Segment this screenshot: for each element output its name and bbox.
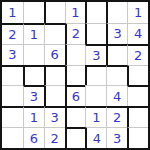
cell-r1c1[interactable]: 1 [2, 2, 23, 23]
cell-r7c6[interactable]: 3 [106, 127, 127, 148]
cell-r6c1[interactable] [2, 106, 23, 127]
cell-r5c6[interactable]: 4 [106, 85, 127, 106]
cell-r1c3[interactable] [44, 2, 65, 23]
given-digit: 2 [8, 28, 16, 41]
cell-r4c3[interactable] [44, 65, 65, 86]
cell-r5c7[interactable] [127, 85, 148, 106]
cell-r4c6[interactable] [106, 65, 127, 86]
cell-r3c5[interactable]: 3 [85, 44, 106, 65]
cell-r2c2[interactable]: 1 [23, 23, 44, 44]
cell-r7c1[interactable] [2, 127, 23, 148]
cell-r4c4[interactable] [65, 65, 86, 86]
cell-r1c2[interactable] [23, 2, 44, 23]
given-digit: 3 [113, 132, 121, 145]
cell-r5c1[interactable] [2, 85, 23, 106]
cell-r2c5[interactable] [85, 23, 106, 44]
given-digit: 3 [114, 27, 122, 40]
cell-r2c7[interactable]: 4 [127, 23, 148, 44]
given-digit: 2 [134, 49, 142, 62]
cell-r4c2[interactable] [23, 65, 44, 86]
cell-r3c1[interactable]: 3 [2, 44, 23, 65]
given-digit: 1 [30, 28, 38, 41]
cell-r6c3[interactable]: 3 [44, 106, 65, 127]
cell-r2c1[interactable]: 2 [2, 23, 23, 44]
given-digit: 2 [50, 132, 58, 145]
cell-r1c7[interactable]: 1 [127, 2, 148, 23]
given-digit: 3 [50, 111, 58, 124]
given-digit: 1 [8, 6, 16, 19]
given-digit: 6 [30, 132, 38, 145]
cell-r1c6[interactable] [106, 2, 127, 23]
given-digit: 4 [113, 90, 121, 103]
given-digit: 1 [92, 111, 100, 124]
cell-r7c7[interactable] [127, 127, 148, 148]
cell-r4c7[interactable] [127, 65, 148, 86]
given-digit: 2 [72, 27, 80, 40]
cell-r4c1[interactable] [2, 65, 23, 86]
given-digit: 6 [50, 48, 58, 61]
cell-r2c6[interactable]: 3 [106, 23, 127, 44]
given-digit: 2 [113, 111, 121, 124]
cell-r5c4[interactable]: 6 [65, 85, 86, 106]
cell-r6c2[interactable]: 1 [23, 106, 44, 127]
cell-r3c6[interactable] [106, 44, 127, 65]
cell-r2c4[interactable]: 2 [65, 23, 86, 44]
given-digit: 1 [71, 6, 79, 19]
cell-r3c3[interactable]: 6 [44, 44, 65, 65]
cell-r3c2[interactable] [23, 44, 44, 65]
cell-r6c4[interactable] [65, 106, 86, 127]
cell-r7c5[interactable]: 4 [85, 127, 106, 148]
cell-r1c5[interactable] [85, 2, 106, 23]
given-digit: 3 [8, 48, 16, 61]
cell-r5c3[interactable] [44, 85, 65, 106]
cell-r6c5[interactable]: 1 [85, 106, 106, 127]
given-digit: 6 [72, 90, 80, 103]
cell-r6c7[interactable] [127, 106, 148, 127]
given-digit: 4 [93, 132, 101, 145]
cell-r3c7[interactable]: 2 [127, 44, 148, 65]
cell-r5c5[interactable] [85, 85, 106, 106]
cell-r5c2[interactable]: 3 [23, 85, 44, 106]
cell-r6c6[interactable]: 2 [106, 106, 127, 127]
given-digit: 1 [134, 6, 142, 19]
cell-r4c5[interactable] [85, 65, 106, 86]
cell-r2c3[interactable] [44, 23, 65, 44]
given-digit: 3 [30, 90, 38, 103]
puzzle-board: 11121234363236413126243 [0, 0, 150, 150]
cell-r7c4[interactable] [65, 127, 86, 148]
given-digit: 4 [134, 27, 142, 40]
cell-r7c3[interactable]: 2 [44, 127, 65, 148]
cell-r3c4[interactable] [65, 44, 86, 65]
given-digit: 3 [92, 49, 100, 62]
given-digit: 1 [30, 111, 38, 124]
cell-r7c2[interactable]: 6 [23, 127, 44, 148]
cell-r1c4[interactable]: 1 [65, 2, 86, 23]
